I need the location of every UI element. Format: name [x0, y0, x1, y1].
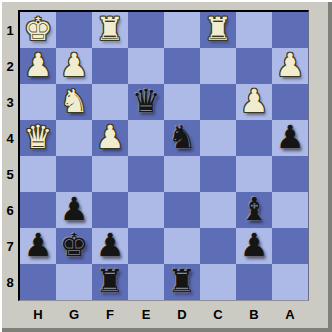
file-label-a: A [272, 303, 308, 325]
chess-board[interactable]: ♚♜♜♟♟♟♞♛♟♛♟♞♟♟♝♟♚♟♟♜♜ [18, 10, 309, 301]
square-d6[interactable] [164, 192, 200, 228]
square-a2[interactable]: ♟ [272, 48, 308, 84]
white-pawn: ♟ [240, 85, 269, 117]
black-knight: ♞ [168, 121, 197, 153]
square-g6[interactable]: ♟ [56, 192, 92, 228]
file-label-d: D [164, 303, 200, 325]
black-pawn: ♟ [276, 121, 305, 153]
window-frame: 12345678 ♚♜♜♟♟♟♞♛♟♛♟♞♟♟♝♟♚♟♟♜♜ HGFEDCBA [0, 0, 332, 332]
square-c8[interactable] [200, 264, 236, 300]
white-rook: ♜ [204, 13, 233, 45]
square-f5[interactable] [92, 156, 128, 192]
square-e3[interactable]: ♛ [128, 84, 164, 120]
square-f7[interactable]: ♟ [92, 228, 128, 264]
square-g5[interactable] [56, 156, 92, 192]
square-b8[interactable] [236, 264, 272, 300]
square-g7[interactable]: ♚ [56, 228, 92, 264]
rank-labels: 12345678 [2, 12, 18, 300]
square-e6[interactable] [128, 192, 164, 228]
white-pawn: ♟ [276, 49, 305, 81]
square-a1[interactable] [272, 12, 308, 48]
square-h6[interactable] [20, 192, 56, 228]
square-f4[interactable]: ♟ [92, 120, 128, 156]
rank-label-7: 7 [2, 228, 18, 264]
square-a7[interactable] [272, 228, 308, 264]
square-e4[interactable] [128, 120, 164, 156]
file-label-f: F [92, 303, 128, 325]
square-c2[interactable] [200, 48, 236, 84]
square-c1[interactable]: ♜ [200, 12, 236, 48]
square-f3[interactable] [92, 84, 128, 120]
rank-label-1: 1 [2, 12, 18, 48]
white-pawn: ♟ [24, 49, 53, 81]
square-h8[interactable] [20, 264, 56, 300]
white-knight: ♞ [60, 85, 89, 117]
square-d2[interactable] [164, 48, 200, 84]
black-king: ♚ [60, 229, 89, 261]
square-h4[interactable]: ♛ [20, 120, 56, 156]
square-c4[interactable] [200, 120, 236, 156]
square-b4[interactable] [236, 120, 272, 156]
square-h5[interactable] [20, 156, 56, 192]
black-rook: ♜ [168, 265, 197, 297]
square-f1[interactable]: ♜ [92, 12, 128, 48]
square-h1[interactable]: ♚ [20, 12, 56, 48]
black-rook: ♜ [96, 265, 125, 297]
black-pawn: ♟ [24, 229, 53, 261]
square-c3[interactable] [200, 84, 236, 120]
square-b2[interactable] [236, 48, 272, 84]
square-b7[interactable]: ♟ [236, 228, 272, 264]
file-label-c: C [200, 303, 236, 325]
square-d4[interactable]: ♞ [164, 120, 200, 156]
black-pawn: ♟ [60, 193, 89, 225]
square-g8[interactable] [56, 264, 92, 300]
square-e8[interactable] [128, 264, 164, 300]
file-label-e: E [128, 303, 164, 325]
rank-label-8: 8 [2, 264, 18, 300]
white-pawn: ♟ [60, 49, 89, 81]
rank-label-3: 3 [2, 84, 18, 120]
black-pawn: ♟ [240, 229, 269, 261]
black-pawn: ♟ [96, 229, 125, 261]
square-e2[interactable] [128, 48, 164, 84]
rank-label-5: 5 [2, 156, 18, 192]
square-e7[interactable] [128, 228, 164, 264]
white-pawn: ♟ [96, 121, 125, 153]
square-g3[interactable]: ♞ [56, 84, 92, 120]
white-rook: ♜ [96, 13, 125, 45]
square-g2[interactable]: ♟ [56, 48, 92, 84]
rank-label-6: 6 [2, 192, 18, 228]
square-f8[interactable]: ♜ [92, 264, 128, 300]
file-label-b: B [236, 303, 272, 325]
square-e1[interactable] [128, 12, 164, 48]
square-a4[interactable]: ♟ [272, 120, 308, 156]
square-a5[interactable] [272, 156, 308, 192]
white-king: ♚ [24, 13, 53, 45]
square-a3[interactable] [272, 84, 308, 120]
file-label-g: G [56, 303, 92, 325]
square-h3[interactable] [20, 84, 56, 120]
square-h2[interactable]: ♟ [20, 48, 56, 84]
square-c7[interactable] [200, 228, 236, 264]
square-c5[interactable] [200, 156, 236, 192]
square-d7[interactable] [164, 228, 200, 264]
square-f2[interactable] [92, 48, 128, 84]
rank-label-2: 2 [2, 48, 18, 84]
black-queen: ♛ [132, 85, 161, 117]
square-b1[interactable] [236, 12, 272, 48]
square-d1[interactable] [164, 12, 200, 48]
square-b3[interactable]: ♟ [236, 84, 272, 120]
square-e5[interactable] [128, 156, 164, 192]
white-queen: ♛ [24, 121, 53, 153]
square-f6[interactable] [92, 192, 128, 228]
square-d3[interactable] [164, 84, 200, 120]
square-a8[interactable] [272, 264, 308, 300]
rank-label-4: 4 [2, 120, 18, 156]
square-d5[interactable] [164, 156, 200, 192]
square-a6[interactable] [272, 192, 308, 228]
square-c6[interactable] [200, 192, 236, 228]
square-d8[interactable]: ♜ [164, 264, 200, 300]
square-b6[interactable]: ♝ [236, 192, 272, 228]
file-labels: HGFEDCBA [20, 303, 308, 325]
square-b5[interactable] [236, 156, 272, 192]
square-g1[interactable] [56, 12, 92, 48]
square-g4[interactable] [56, 120, 92, 156]
square-h7[interactable]: ♟ [20, 228, 56, 264]
file-label-h: H [20, 303, 56, 325]
black-bishop: ♝ [240, 193, 269, 225]
